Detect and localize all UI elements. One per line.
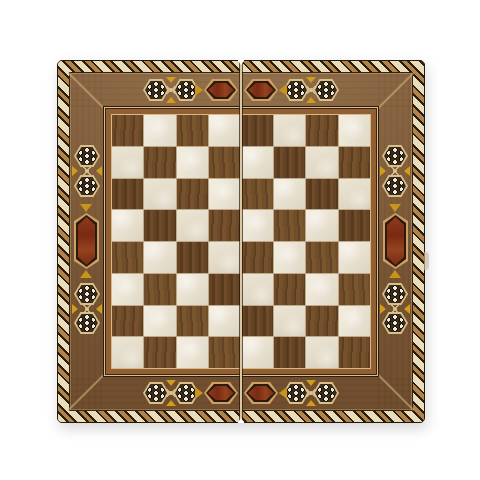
square-d3[interactable] bbox=[209, 274, 240, 305]
square-h4[interactable] bbox=[339, 242, 370, 273]
square-g8[interactable] bbox=[306, 115, 337, 146]
square-a2[interactable] bbox=[112, 306, 143, 337]
square-e7[interactable] bbox=[242, 147, 273, 178]
square-f3[interactable] bbox=[274, 274, 305, 305]
square-e2[interactable] bbox=[242, 306, 273, 337]
yellow-inlay-triangle bbox=[389, 270, 401, 278]
yellow-inlay-triangle bbox=[279, 84, 287, 96]
square-a8[interactable] bbox=[112, 115, 143, 146]
square-e8[interactable] bbox=[242, 115, 273, 146]
square-f4[interactable] bbox=[274, 242, 305, 273]
square-h2[interactable] bbox=[339, 306, 370, 337]
square-c5[interactable] bbox=[177, 210, 208, 241]
square-g7[interactable] bbox=[306, 147, 337, 178]
square-b8[interactable] bbox=[144, 115, 175, 146]
square-d4[interactable] bbox=[209, 242, 240, 273]
square-f1[interactable] bbox=[274, 337, 305, 368]
square-c2[interactable] bbox=[177, 306, 208, 337]
square-c3[interactable] bbox=[177, 274, 208, 305]
square-c8[interactable] bbox=[177, 115, 208, 146]
chess-board bbox=[57, 60, 425, 423]
square-e1[interactable] bbox=[242, 337, 273, 368]
square-e5[interactable] bbox=[242, 210, 273, 241]
square-g4[interactable] bbox=[306, 242, 337, 273]
square-b4[interactable] bbox=[144, 242, 175, 273]
square-f6[interactable] bbox=[274, 179, 305, 210]
square-e4[interactable] bbox=[242, 242, 273, 273]
square-d5[interactable] bbox=[209, 210, 240, 241]
square-e6[interactable] bbox=[242, 179, 273, 210]
red-inlay-panel bbox=[383, 213, 408, 269]
square-c1[interactable] bbox=[177, 337, 208, 368]
square-a4[interactable] bbox=[112, 242, 143, 273]
yellow-inlay-triangle bbox=[80, 204, 92, 212]
square-c6[interactable] bbox=[177, 179, 208, 210]
square-a1[interactable] bbox=[112, 337, 143, 368]
red-inlay-panel bbox=[74, 213, 99, 269]
yellow-inlay-triangle bbox=[195, 387, 203, 399]
square-h3[interactable] bbox=[339, 274, 370, 305]
square-g2[interactable] bbox=[306, 306, 337, 337]
square-h5[interactable] bbox=[339, 210, 370, 241]
square-b5[interactable] bbox=[144, 210, 175, 241]
page-background bbox=[0, 0, 480, 480]
square-f7[interactable] bbox=[274, 147, 305, 178]
square-h1[interactable] bbox=[339, 337, 370, 368]
hinge-seam bbox=[239, 61, 244, 422]
square-b6[interactable] bbox=[144, 179, 175, 210]
square-a6[interactable] bbox=[112, 179, 143, 210]
square-f8[interactable] bbox=[274, 115, 305, 146]
square-g3[interactable] bbox=[306, 274, 337, 305]
square-a5[interactable] bbox=[112, 210, 143, 241]
yellow-inlay-triangle bbox=[279, 387, 287, 399]
square-f2[interactable] bbox=[274, 306, 305, 337]
square-d1[interactable] bbox=[209, 337, 240, 368]
square-h6[interactable] bbox=[339, 179, 370, 210]
square-b7[interactable] bbox=[144, 147, 175, 178]
square-b2[interactable] bbox=[144, 306, 175, 337]
square-a7[interactable] bbox=[112, 147, 143, 178]
square-g5[interactable] bbox=[306, 210, 337, 241]
square-a3[interactable] bbox=[112, 274, 143, 305]
square-h7[interactable] bbox=[339, 147, 370, 178]
square-d7[interactable] bbox=[209, 147, 240, 178]
square-c4[interactable] bbox=[177, 242, 208, 273]
square-d2[interactable] bbox=[209, 306, 240, 337]
square-d8[interactable] bbox=[209, 115, 240, 146]
square-g1[interactable] bbox=[306, 337, 337, 368]
square-d6[interactable] bbox=[209, 179, 240, 210]
yellow-inlay-triangle bbox=[389, 204, 401, 212]
square-f5[interactable] bbox=[274, 210, 305, 241]
square-g6[interactable] bbox=[306, 179, 337, 210]
yellow-inlay-triangle bbox=[195, 84, 203, 96]
square-b1[interactable] bbox=[144, 337, 175, 368]
square-e3[interactable] bbox=[242, 274, 273, 305]
square-c7[interactable] bbox=[177, 147, 208, 178]
square-h8[interactable] bbox=[339, 115, 370, 146]
square-b3[interactable] bbox=[144, 274, 175, 305]
yellow-inlay-triangle bbox=[80, 270, 92, 278]
